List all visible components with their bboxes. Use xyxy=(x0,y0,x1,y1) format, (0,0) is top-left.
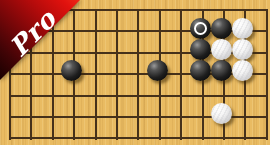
white-stone xyxy=(211,103,232,124)
pro-ribbon-band: Pro xyxy=(0,0,82,82)
white-stone xyxy=(232,60,253,81)
white-stone xyxy=(232,39,253,60)
pro-ribbon: Pro xyxy=(0,0,90,90)
pro-ribbon-label: Pro xyxy=(0,0,87,87)
white-stone xyxy=(232,18,253,39)
black-stone xyxy=(190,39,211,60)
black-stone xyxy=(190,60,211,81)
black-stone xyxy=(211,60,232,81)
black-stone xyxy=(211,18,232,39)
last-move-marker-icon xyxy=(194,22,207,35)
go-app-screen: Pro xyxy=(0,0,270,145)
black-stone xyxy=(190,18,211,39)
white-stone xyxy=(211,39,232,60)
black-stone xyxy=(147,60,168,81)
